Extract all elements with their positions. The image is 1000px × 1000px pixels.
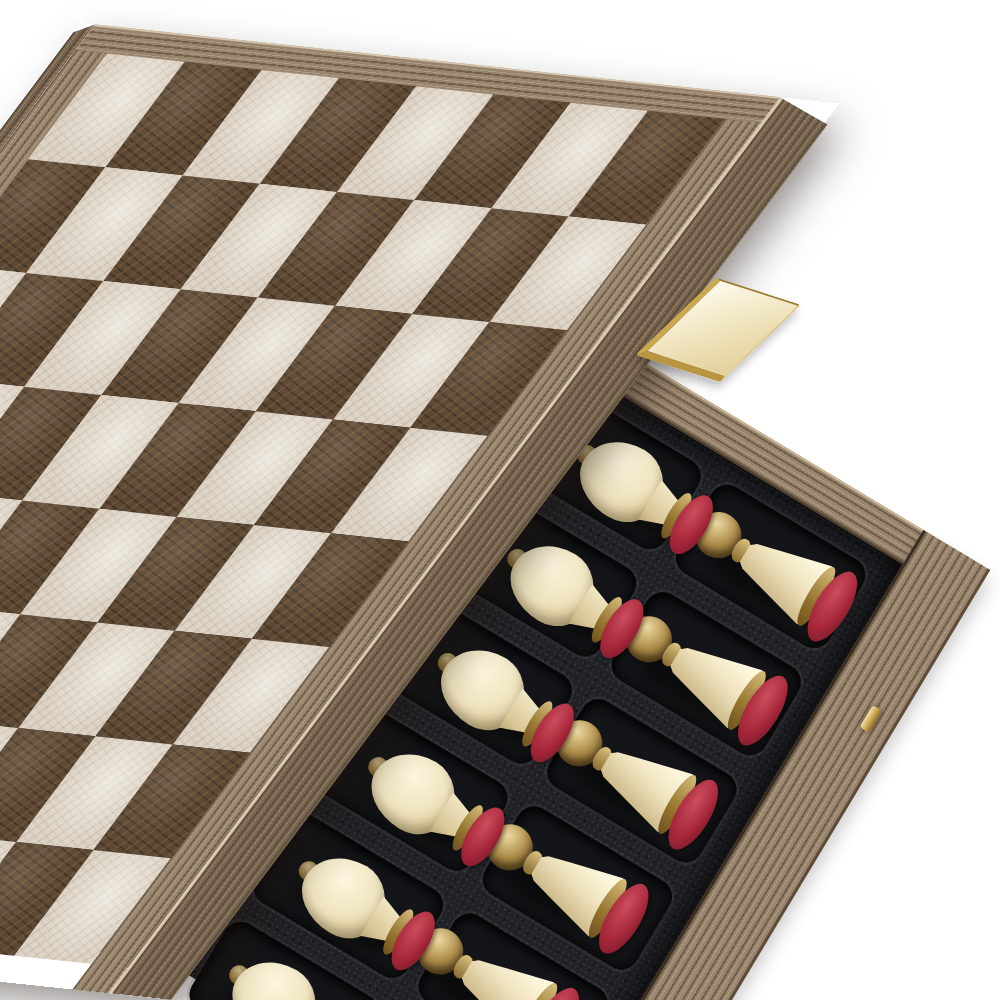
latch-catch-pin[interactable] (860, 705, 883, 733)
product-photo-stage (0, 0, 1000, 1000)
